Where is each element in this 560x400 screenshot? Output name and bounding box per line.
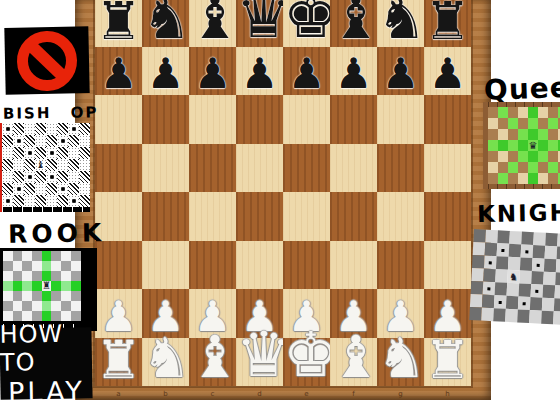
diagram-cell	[497, 243, 510, 257]
chess-board-frame: ♜♞♝♛♚♝♞♜♟♟♟♟♟♟♟♟♟♟♟♟♟♟♟♟♜♞♝♛♚♝♞♜ abcdefg…	[75, 0, 491, 400]
diagram-cell	[469, 307, 482, 321]
diagram-cell	[57, 183, 68, 195]
diagram-cell	[519, 283, 532, 297]
diagram-cell: ♛	[528, 140, 538, 151]
piece-black-pawn[interactable]: ♟	[142, 53, 189, 95]
diagram-cell	[71, 251, 81, 261]
diagram-cell	[533, 232, 546, 246]
queen-diagram-grid: ♛	[488, 107, 560, 184]
diagram-cell	[2, 171, 13, 183]
diagram-cell	[13, 183, 24, 195]
diagram-cell	[508, 162, 518, 173]
square-g6[interactable]	[377, 95, 424, 144]
diagram-cell	[473, 229, 486, 243]
diagram-cell	[71, 291, 81, 301]
square-h4[interactable]	[424, 192, 471, 241]
square-h1[interactable]: ♜	[424, 338, 471, 387]
file-label-d: d	[236, 390, 283, 398]
diagram-cell	[13, 251, 23, 261]
piece-black-bishop[interactable]: ♝	[189, 0, 236, 47]
bishop-diagram-ruler	[2, 207, 90, 212]
diagram-cell	[521, 244, 534, 258]
diagram-cell	[32, 271, 42, 281]
diagram-cell	[57, 147, 68, 159]
square-f8[interactable]: ♝	[330, 0, 377, 47]
diagram-cell	[543, 272, 556, 286]
diagram-cell	[51, 301, 61, 311]
diagram-cell	[68, 135, 79, 147]
diagram-cell	[538, 140, 548, 151]
diagram-cell	[548, 173, 558, 184]
diagram-cell	[13, 147, 24, 159]
square-b7[interactable]: ♟	[142, 47, 189, 96]
diagram-cell	[13, 301, 23, 311]
diagram-cell	[508, 151, 518, 162]
piece-black-rook[interactable]: ♜	[95, 0, 142, 47]
diagram-cell	[2, 135, 13, 147]
diagram-cell	[555, 272, 560, 286]
diagram-cell	[13, 171, 24, 183]
diagram-cell	[498, 151, 508, 162]
diagram-cell	[542, 298, 555, 312]
diagram-cell	[71, 271, 81, 281]
knight-diagram-grid: ♞	[469, 229, 560, 325]
diagram-cell	[46, 195, 57, 207]
diagram-cell	[531, 271, 544, 285]
diagram-cell	[46, 135, 57, 147]
diagram-cell	[46, 147, 57, 159]
diagram-cell	[32, 261, 42, 271]
diagram-cell: ♞	[507, 270, 520, 284]
square-f6[interactable]	[330, 95, 377, 144]
diagram-cell	[68, 195, 79, 207]
how-to-play-button[interactable]: HOW TO PLAY	[0, 327, 93, 400]
diagram-cell	[13, 135, 24, 147]
diagram-cell	[482, 295, 495, 309]
diagram-cell	[13, 281, 23, 291]
diagram-cell	[545, 233, 558, 247]
piece-white-rook[interactable]: ♜	[95, 334, 142, 386]
diagram-cell	[528, 173, 538, 184]
square-g4[interactable]	[377, 192, 424, 241]
piece-white-bishop[interactable]: ♝	[189, 328, 236, 386]
diagram-cell	[22, 291, 32, 301]
square-c3[interactable]	[189, 241, 236, 290]
diagram-cell	[79, 123, 90, 135]
diagram-cell	[46, 123, 57, 135]
piece-white-queen[interactable]: ♛	[236, 324, 283, 386]
file-label-b: b	[142, 390, 189, 398]
diagram-cell	[13, 123, 24, 135]
square-g8[interactable]: ♞	[377, 0, 424, 47]
diagram-cell	[538, 162, 548, 173]
diagram-cell	[497, 230, 510, 244]
no-entry-panel[interactable]	[4, 26, 89, 95]
diagram-cell	[22, 271, 32, 281]
diagram-cell	[71, 261, 81, 271]
square-d1[interactable]: ♛	[236, 338, 283, 387]
diagram-cell	[493, 308, 506, 322]
piece-black-knight[interactable]: ♞	[377, 0, 424, 47]
piece-black-bishop[interactable]: ♝	[330, 0, 377, 47]
square-d4[interactable]	[236, 192, 283, 241]
diagram-cell	[548, 151, 558, 162]
diagram-cell	[528, 162, 538, 173]
diagram-cell	[13, 195, 24, 207]
diagram-cell	[554, 298, 560, 312]
diagram-cell	[24, 159, 35, 171]
piece-black-pawn[interactable]: ♟	[377, 53, 424, 95]
diagram-cell	[518, 173, 528, 184]
file-label-f: f	[330, 390, 377, 398]
square-h7[interactable]: ♟	[424, 47, 471, 96]
diagram-cell	[2, 147, 13, 159]
square-d7[interactable]: ♟	[236, 47, 283, 96]
diagram-cell: ♜	[42, 281, 52, 291]
piece-white-knight[interactable]: ♞	[377, 331, 424, 386]
square-c8[interactable]: ♝	[189, 0, 236, 47]
diagram-cell	[61, 301, 71, 311]
diagram-cell	[498, 140, 508, 151]
square-c5[interactable]	[189, 144, 236, 193]
diagram-cell	[42, 261, 52, 271]
bishop-diagram-grid: ♝	[2, 123, 90, 207]
diagram-cell	[35, 147, 46, 159]
diagram-cell	[32, 291, 42, 301]
diagram-cell	[488, 107, 498, 118]
diagram-cell	[24, 183, 35, 195]
square-e8[interactable]: ♚	[283, 0, 330, 47]
diagram-cell	[495, 269, 508, 283]
square-e3[interactable]	[283, 241, 330, 290]
diagram-cell	[71, 281, 81, 291]
diagram-cell	[498, 118, 508, 129]
square-a8[interactable]: ♜	[95, 0, 142, 47]
piece-black-rook[interactable]: ♜	[424, 0, 471, 47]
diagram-cell	[13, 291, 23, 301]
square-c4[interactable]	[189, 192, 236, 241]
no-entry-icon	[16, 30, 77, 91]
diagram-piece-icon: ♝	[35, 159, 46, 171]
diagram-cell	[51, 281, 61, 291]
diagram-cell	[79, 147, 90, 159]
diagram-cell	[46, 159, 57, 171]
diagram-cell: ♝	[35, 159, 46, 171]
diagram-cell	[61, 261, 71, 271]
game-stage: ♜♞♝♛♚♝♞♜♟♟♟♟♟♟♟♟♟♟♟♟♟♟♟♟♜♞♝♛♚♝♞♜ abcdefg…	[0, 0, 560, 400]
diagram-cell	[79, 135, 90, 147]
square-b5[interactable]	[142, 144, 189, 193]
diagram-cell	[3, 291, 13, 301]
piece-black-king[interactable]: ♚	[283, 0, 330, 47]
diagram-cell	[42, 301, 52, 311]
square-g1[interactable]: ♞	[377, 338, 424, 387]
diagram-cell	[521, 232, 534, 246]
bishop-panel-title: BISH OP	[3, 103, 99, 123]
piece-black-pawn[interactable]: ♟	[283, 53, 330, 95]
square-c1[interactable]: ♝	[189, 338, 236, 387]
diagram-cell	[35, 135, 46, 147]
diagram-cell	[35, 123, 46, 135]
diagram-cell	[498, 162, 508, 173]
diagram-cell	[498, 129, 508, 140]
diagram-cell	[2, 195, 13, 207]
diagram-cell	[548, 118, 558, 129]
diagram-cell	[495, 282, 508, 296]
diagram-cell	[3, 251, 13, 261]
diagram-cell	[79, 171, 90, 183]
square-a7[interactable]: ♟	[95, 47, 142, 96]
diagram-cell	[471, 268, 484, 282]
square-b1[interactable]: ♞	[142, 338, 189, 387]
square-a5[interactable]	[95, 144, 142, 193]
diagram-cell	[532, 258, 545, 272]
knight-move-diagram: ♞	[469, 229, 560, 325]
diagram-cell	[57, 123, 68, 135]
square-f7[interactable]: ♟	[330, 47, 377, 96]
piece-black-pawn[interactable]: ♟	[236, 53, 283, 95]
square-g7[interactable]: ♟	[377, 47, 424, 96]
diagram-cell	[24, 135, 35, 147]
diagram-cell	[3, 261, 13, 271]
diagram-cell	[35, 171, 46, 183]
diagram-cell	[556, 259, 560, 273]
diagram-cell	[68, 159, 79, 171]
how-to-play-line1: HOW TO	[0, 319, 92, 377]
diagram-cell	[473, 242, 486, 256]
square-b6[interactable]	[142, 95, 189, 144]
square-c6[interactable]	[189, 95, 236, 144]
diagram-cell	[542, 285, 555, 299]
diagram-cell	[3, 311, 13, 321]
square-h8[interactable]: ♜	[424, 0, 471, 47]
diagram-cell	[472, 255, 485, 269]
file-label-e: e	[283, 390, 330, 398]
diagram-cell	[538, 107, 548, 118]
diagram-cell	[538, 173, 548, 184]
piece-black-pawn[interactable]: ♟	[95, 53, 142, 95]
diagram-cell	[544, 259, 557, 273]
diagram-cell	[13, 261, 23, 271]
piece-black-pawn[interactable]: ♟	[330, 53, 377, 95]
diagram-cell	[518, 296, 531, 310]
diagram-cell	[509, 244, 522, 258]
diagram-cell	[498, 107, 508, 118]
diagram-cell	[2, 159, 13, 171]
diagram-cell	[24, 171, 35, 183]
diagram-cell	[508, 140, 518, 151]
square-f5[interactable]	[330, 144, 377, 193]
diagram-cell	[557, 246, 560, 260]
diagram-piece-icon: ♜	[42, 281, 52, 291]
diagram-cell	[508, 107, 518, 118]
diagram-cell	[32, 251, 42, 261]
diagram-cell	[519, 270, 532, 284]
diagram-cell	[518, 151, 528, 162]
diagram-cell	[488, 173, 498, 184]
diagram-cell	[24, 123, 35, 135]
diagram-cell	[51, 251, 61, 261]
diagram-cell	[22, 261, 32, 271]
diagram-cell	[548, 129, 558, 140]
square-a1[interactable]: ♜	[95, 338, 142, 387]
diagram-cell	[538, 151, 548, 162]
diagram-cell	[46, 183, 57, 195]
square-g5[interactable]	[377, 144, 424, 193]
diagram-cell	[518, 118, 528, 129]
diagram-cell	[35, 195, 46, 207]
file-label-a: a	[95, 390, 142, 398]
diagram-cell	[509, 231, 522, 245]
diagram-cell	[538, 129, 548, 140]
square-f1[interactable]: ♝	[330, 338, 377, 387]
diagram-cell	[42, 291, 52, 301]
diagram-cell	[71, 301, 81, 311]
diagram-cell	[528, 129, 538, 140]
diagram-cell	[68, 123, 79, 135]
diagram-piece-icon: ♛	[528, 140, 538, 151]
square-e4[interactable]	[283, 192, 330, 241]
diagram-cell	[22, 301, 32, 311]
file-labels: abcdefgh	[95, 390, 471, 398]
diagram-cell	[42, 251, 52, 261]
diagram-cell	[3, 301, 13, 311]
diagram-cell	[488, 162, 498, 173]
piece-white-king[interactable]: ♚	[283, 324, 330, 386]
diagram-cell	[51, 261, 61, 271]
queen-move-diagram: ♛	[483, 102, 560, 189]
piece-black-knight[interactable]: ♞	[142, 0, 189, 47]
square-h3[interactable]	[424, 241, 471, 290]
diagram-cell	[488, 129, 498, 140]
diagram-cell	[79, 195, 90, 207]
square-d3[interactable]	[236, 241, 283, 290]
piece-black-pawn[interactable]: ♟	[189, 53, 236, 95]
diagram-cell	[2, 123, 13, 135]
diagram-cell	[68, 183, 79, 195]
square-d8[interactable]: ♛	[236, 0, 283, 47]
diagram-cell	[528, 151, 538, 162]
diagram-cell	[548, 107, 558, 118]
diagram-cell	[505, 309, 518, 323]
diagram-cell	[554, 285, 560, 299]
square-f3[interactable]	[330, 241, 377, 290]
no-entry-slash	[23, 37, 72, 84]
file-label-c: c	[189, 390, 236, 398]
diagram-cell	[508, 129, 518, 140]
diagram-cell	[517, 309, 530, 323]
rook-diagram-grid: ♜	[3, 251, 81, 321]
diagram-cell	[529, 310, 542, 324]
piece-black-queen[interactable]: ♛	[236, 0, 283, 47]
diagram-cell	[506, 296, 519, 310]
square-a6[interactable]	[95, 95, 142, 144]
square-f4[interactable]	[330, 192, 377, 241]
diagram-cell	[528, 118, 538, 129]
diagram-cell	[57, 195, 68, 207]
rook-panel-title: ROOK	[8, 218, 106, 249]
chess-board[interactable]: ♜♞♝♛♚♝♞♜♟♟♟♟♟♟♟♟♟♟♟♟♟♟♟♟♜♞♝♛♚♝♞♜	[95, 0, 471, 386]
diagram-cell	[533, 245, 546, 259]
diagram-cell	[508, 173, 518, 184]
diagram-cell	[507, 283, 520, 297]
diagram-cell	[24, 195, 35, 207]
diagram-cell	[494, 295, 507, 309]
diagram-cell	[498, 173, 508, 184]
square-g3[interactable]	[377, 241, 424, 290]
diagram-cell	[61, 291, 71, 301]
square-d5[interactable]	[236, 144, 283, 193]
diagram-cell	[483, 269, 496, 283]
diagram-cell	[57, 159, 68, 171]
diagram-cell	[3, 271, 13, 281]
square-b8[interactable]: ♞	[142, 0, 189, 47]
diagram-cell	[24, 147, 35, 159]
piece-white-rook[interactable]: ♜	[424, 334, 471, 386]
square-e1[interactable]: ♚	[283, 338, 330, 387]
diagram-cell	[22, 251, 32, 261]
diagram-cell	[57, 135, 68, 147]
diagram-cell	[22, 281, 32, 291]
diagram-cell	[545, 246, 558, 260]
square-h5[interactable]	[424, 144, 471, 193]
diagram-cell	[553, 311, 560, 325]
square-e7[interactable]: ♟	[283, 47, 330, 96]
diagram-cell	[508, 118, 518, 129]
diagram-piece-icon: ♞	[507, 270, 520, 284]
square-e6[interactable]	[283, 95, 330, 144]
diagram-cell	[79, 183, 90, 195]
piece-white-knight[interactable]: ♞	[142, 331, 189, 386]
diagram-cell	[57, 171, 68, 183]
diagram-cell	[471, 281, 484, 295]
square-c7[interactable]: ♟	[189, 47, 236, 96]
diagram-cell	[530, 297, 543, 311]
square-b3[interactable]	[142, 241, 189, 290]
diagram-cell	[484, 256, 497, 270]
diagram-cell	[518, 129, 528, 140]
diagram-cell	[483, 282, 496, 296]
diagram-cell	[79, 159, 90, 171]
diagram-cell	[68, 147, 79, 159]
diagram-cell	[2, 183, 13, 195]
diagram-cell	[528, 107, 538, 118]
diagram-cell	[541, 311, 554, 325]
square-b4[interactable]	[142, 192, 189, 241]
diagram-cell	[548, 162, 558, 173]
diagram-cell	[13, 159, 24, 171]
square-d6[interactable]	[236, 95, 283, 144]
diagram-cell	[61, 281, 71, 291]
piece-white-bishop[interactable]: ♝	[330, 328, 377, 386]
piece-black-pawn[interactable]: ♟	[424, 53, 471, 95]
diagram-cell	[488, 151, 498, 162]
square-e5[interactable]	[283, 144, 330, 193]
diagram-cell	[68, 171, 79, 183]
diagram-cell	[531, 284, 544, 298]
square-h6[interactable]	[424, 95, 471, 144]
square-a3[interactable]	[95, 241, 142, 290]
diagram-cell	[496, 256, 509, 270]
diagram-cell	[470, 294, 483, 308]
how-to-play-line2: PLAY	[8, 375, 85, 400]
diagram-cell	[518, 140, 528, 151]
diagram-cell	[32, 301, 42, 311]
diagram-cell	[32, 281, 42, 291]
file-label-g: g	[377, 390, 424, 398]
diagram-cell	[51, 291, 61, 301]
diagram-cell	[548, 140, 558, 151]
